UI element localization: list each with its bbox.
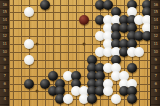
stone-black[interactable]: [87, 94, 97, 104]
coordinate-label: 11: [151, 42, 160, 46]
stone-white[interactable]: [63, 94, 73, 104]
star-point: [35, 43, 38, 46]
coordinate-label: 6: [0, 82, 9, 86]
stone-black[interactable]: [40, 0, 50, 10]
coordinate-label: 7: [151, 74, 160, 78]
coordinate-label: 15: [151, 10, 160, 14]
coordinate-label: 9: [0, 58, 9, 62]
coordinate-label: 8: [151, 66, 160, 70]
stone-white[interactable]: [134, 47, 144, 57]
coordinate-label: 8: [0, 66, 9, 70]
coordinate-label: 11: [0, 42, 9, 46]
coordinate-label: 16: [151, 3, 160, 7]
coordinate-label: 12: [0, 34, 9, 38]
star-point: [35, 90, 38, 93]
coordinate-label: 5: [0, 89, 9, 93]
coordinate-label: 16: [0, 3, 9, 7]
stone-black[interactable]: [127, 63, 137, 73]
go-app-screenshot: 16151413121110987654 1615141312111098765…: [0, 0, 160, 106]
star-point: [83, 43, 86, 46]
coordinate-label: 6: [151, 82, 160, 86]
stone-white[interactable]: [24, 55, 34, 65]
coordinate-label: 15: [0, 10, 9, 14]
coordinate-label: 13: [151, 26, 160, 30]
grid-line-vertical: [68, 0, 69, 106]
coordinate-label: 13: [0, 26, 9, 30]
coordinate-label: 7: [0, 74, 9, 78]
coordinate-label: 4: [151, 97, 160, 101]
coordinate-label: 14: [151, 18, 160, 22]
right-coordinate-rail: 16151413121110987654: [150, 0, 160, 106]
grid-line-vertical: [45, 0, 46, 106]
coordinate-label: 10: [151, 50, 160, 54]
coordinate-label: 4: [0, 97, 9, 101]
coordinate-label: 9: [151, 58, 160, 62]
coordinate-label: 10: [0, 50, 9, 54]
grid-line-vertical: [21, 0, 22, 106]
stone-black[interactable]: [127, 94, 137, 104]
grid-line-vertical: [13, 0, 14, 106]
coordinate-label: 5: [151, 89, 160, 93]
coordinate-label: 14: [0, 18, 9, 22]
stone-white[interactable]: [111, 94, 121, 104]
stone-white[interactable]: [24, 39, 34, 49]
stone-white[interactable]: [24, 7, 34, 17]
goban[interactable]: [0, 0, 160, 106]
stone-black[interactable]: [24, 79, 34, 89]
coordinate-label: 12: [151, 34, 160, 38]
left-coordinate-rail: 16151413121110987654: [0, 0, 10, 106]
stone-black-marked[interactable]: [79, 15, 89, 25]
